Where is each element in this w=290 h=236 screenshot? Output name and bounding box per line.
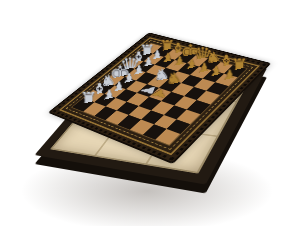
chess-set-product-photo: ♜♝♚♛♞♝♜♜♟♟♟♟♟♟♟♝♟♛♟♞♞♚♟♟♟♞♟♝♟♜ (0, 0, 290, 236)
square-c3 (116, 89, 138, 102)
